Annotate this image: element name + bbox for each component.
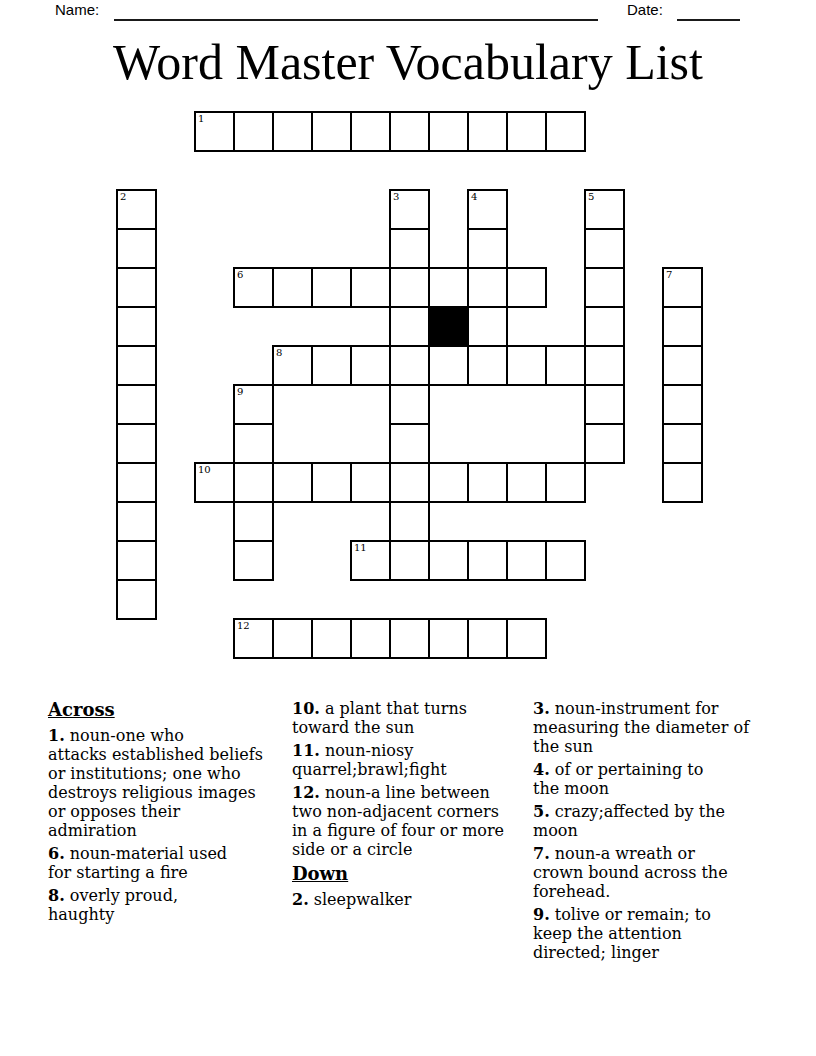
clue-number-11: 11 [354, 542, 367, 553]
clue-column-2: 10. a plant that turns toward the sun11.… [292, 699, 530, 913]
cell-r4c9[interactable] [467, 267, 508, 308]
cell-r7c7[interactable] [389, 384, 430, 425]
cell-r2c9[interactable]: 4 [467, 189, 508, 230]
clue-number-8: 8 [276, 347, 282, 358]
cell-r4c7[interactable] [389, 267, 430, 308]
cell-r9c10[interactable] [506, 462, 547, 503]
clue-across-8: 8. overly proud, haughty [48, 886, 288, 924]
cell-r5c14[interactable] [662, 306, 703, 347]
cell-r0c2[interactable]: 1 [194, 111, 235, 152]
cell-r9c6[interactable] [350, 462, 391, 503]
clue-number-6: 6 [237, 269, 243, 280]
cell-r8c0[interactable] [116, 423, 157, 464]
cell-r8c7[interactable] [389, 423, 430, 464]
cell-r11c11[interactable] [545, 540, 586, 581]
cell-r9c3[interactable] [233, 462, 274, 503]
cell-r6c9[interactable] [467, 345, 508, 386]
clue-across-10: 10. a plant that turns toward the sun [292, 699, 530, 737]
cell-r0c8[interactable] [428, 111, 469, 152]
cell-r0c7[interactable] [389, 111, 430, 152]
worksheet-title: Word Master Vocabulary List [0, 33, 816, 91]
cell-r9c5[interactable] [311, 462, 352, 503]
cell-r2c7[interactable]: 3 [389, 189, 430, 230]
cell-r10c0[interactable] [116, 501, 157, 542]
cell-r7c14[interactable] [662, 384, 703, 425]
cell-r11c10[interactable] [506, 540, 547, 581]
cell-r10c3[interactable] [233, 501, 274, 542]
cell-r4c6[interactable] [350, 267, 391, 308]
cell-r9c4[interactable] [272, 462, 313, 503]
cell-r2c0[interactable]: 2 [116, 189, 157, 230]
cell-r5c9[interactable] [467, 306, 508, 347]
cell-r6c5[interactable] [311, 345, 352, 386]
clue-down-9: 9. tolive or remain; to keep the attenti… [533, 905, 773, 962]
cell-r7c3[interactable]: 9 [233, 384, 274, 425]
cell-r13c9[interactable] [467, 618, 508, 659]
clue-down-3: 3. noun-instrument for measuring the dia… [533, 699, 773, 756]
cell-r13c10[interactable] [506, 618, 547, 659]
cell-r4c0[interactable] [116, 267, 157, 308]
clue-number-4: 4 [471, 191, 477, 202]
clue-number-1: 1 [198, 113, 204, 124]
cell-r3c0[interactable] [116, 228, 157, 269]
cell-r9c8[interactable] [428, 462, 469, 503]
cell-r8c12[interactable] [584, 423, 625, 464]
cell-r6c6[interactable] [350, 345, 391, 386]
cell-r11c6[interactable]: 11 [350, 540, 391, 581]
cell-r13c6[interactable] [350, 618, 391, 659]
cell-r9c7[interactable] [389, 462, 430, 503]
clue-across-1: 1. noun-one who attacks established beli… [48, 726, 288, 840]
cell-r10c7[interactable] [389, 501, 430, 542]
cell-r9c0[interactable] [116, 462, 157, 503]
cell-r4c8[interactable] [428, 267, 469, 308]
date-label: Date: [627, 1, 663, 18]
cell-r11c9[interactable] [467, 540, 508, 581]
clue-across-11: 11. noun-niosy quarrel;brawl;fight [292, 741, 530, 779]
clue-across-12: 12. noun-a line between two non-adjacent… [292, 783, 530, 859]
cell-r6c8[interactable] [428, 345, 469, 386]
cell-r6c12[interactable] [584, 345, 625, 386]
crossword-grid: 123456789101112 [116, 111, 703, 659]
down-heading: Down [292, 863, 530, 884]
clue-across-6: 6. noun-material used for starting a fir… [48, 844, 288, 882]
clue-number-10: 10 [198, 464, 211, 475]
cell-r9c11[interactable] [545, 462, 586, 503]
cell-r4c10[interactable] [506, 267, 547, 308]
cell-r13c4[interactable] [272, 618, 313, 659]
clue-number-2: 2 [120, 191, 126, 202]
block-cell-r5c8 [428, 306, 469, 347]
cell-r3c9[interactable] [467, 228, 508, 269]
clue-down-5: 5. crazy;affected by the moon [533, 802, 773, 840]
cell-r9c14[interactable] [662, 462, 703, 503]
cell-r8c14[interactable] [662, 423, 703, 464]
date-blank-line [677, 0, 740, 21]
cell-r2c12[interactable]: 5 [584, 189, 625, 230]
clue-number-3: 3 [393, 191, 399, 202]
clue-down-7: 7. noun-a wreath or crown bound across t… [533, 844, 773, 901]
cell-r7c12[interactable] [584, 384, 625, 425]
cell-r13c8[interactable] [428, 618, 469, 659]
cell-r4c4[interactable] [272, 267, 313, 308]
clue-number-9: 9 [237, 386, 243, 397]
cell-r13c5[interactable] [311, 618, 352, 659]
cell-r4c5[interactable] [311, 267, 352, 308]
cell-r0c4[interactable] [272, 111, 313, 152]
cell-r6c7[interactable] [389, 345, 430, 386]
cell-r0c9[interactable] [467, 111, 508, 152]
cell-r3c7[interactable] [389, 228, 430, 269]
clue-column-3: 3. noun-instrument for measuring the dia… [533, 699, 773, 966]
cell-r13c7[interactable] [389, 618, 430, 659]
cell-r11c7[interactable] [389, 540, 430, 581]
clue-number-7: 7 [666, 269, 672, 280]
cell-r4c14[interactable]: 7 [662, 267, 703, 308]
cell-r6c14[interactable] [662, 345, 703, 386]
cell-r5c0[interactable] [116, 306, 157, 347]
cell-r0c3[interactable] [233, 111, 274, 152]
clue-number-12: 12 [237, 620, 250, 631]
clue-down-2: 2. sleepwalker [292, 890, 530, 909]
cell-r11c3[interactable] [233, 540, 274, 581]
name-label: Name: [55, 1, 99, 18]
cell-r4c12[interactable] [584, 267, 625, 308]
cell-r11c0[interactable] [116, 540, 157, 581]
cell-r6c4[interactable]: 8 [272, 345, 313, 386]
name-blank-line [114, 0, 598, 21]
cell-r0c10[interactable] [506, 111, 547, 152]
cell-r5c12[interactable] [584, 306, 625, 347]
cell-r4c3[interactable]: 6 [233, 267, 274, 308]
cell-r0c11[interactable] [545, 111, 586, 152]
cell-r6c10[interactable] [506, 345, 547, 386]
cell-r0c6[interactable] [350, 111, 391, 152]
clue-down-4: 4. of or pertaining to the moon [533, 760, 773, 798]
cell-r8c3[interactable] [233, 423, 274, 464]
cell-r9c9[interactable] [467, 462, 508, 503]
cell-r12c0[interactable] [116, 579, 157, 620]
across-heading: Across [48, 699, 288, 720]
clue-number-5: 5 [588, 191, 594, 202]
cell-r6c11[interactable] [545, 345, 586, 386]
cell-r11c8[interactable] [428, 540, 469, 581]
cell-r7c0[interactable] [116, 384, 157, 425]
cell-r9c2[interactable]: 10 [194, 462, 235, 503]
cell-r13c3[interactable]: 12 [233, 618, 274, 659]
cell-r5c7[interactable] [389, 306, 430, 347]
cell-r6c0[interactable] [116, 345, 157, 386]
cell-r3c12[interactable] [584, 228, 625, 269]
cell-r0c5[interactable] [311, 111, 352, 152]
clue-column-1: Across1. noun-one who attacks establishe… [48, 699, 288, 928]
